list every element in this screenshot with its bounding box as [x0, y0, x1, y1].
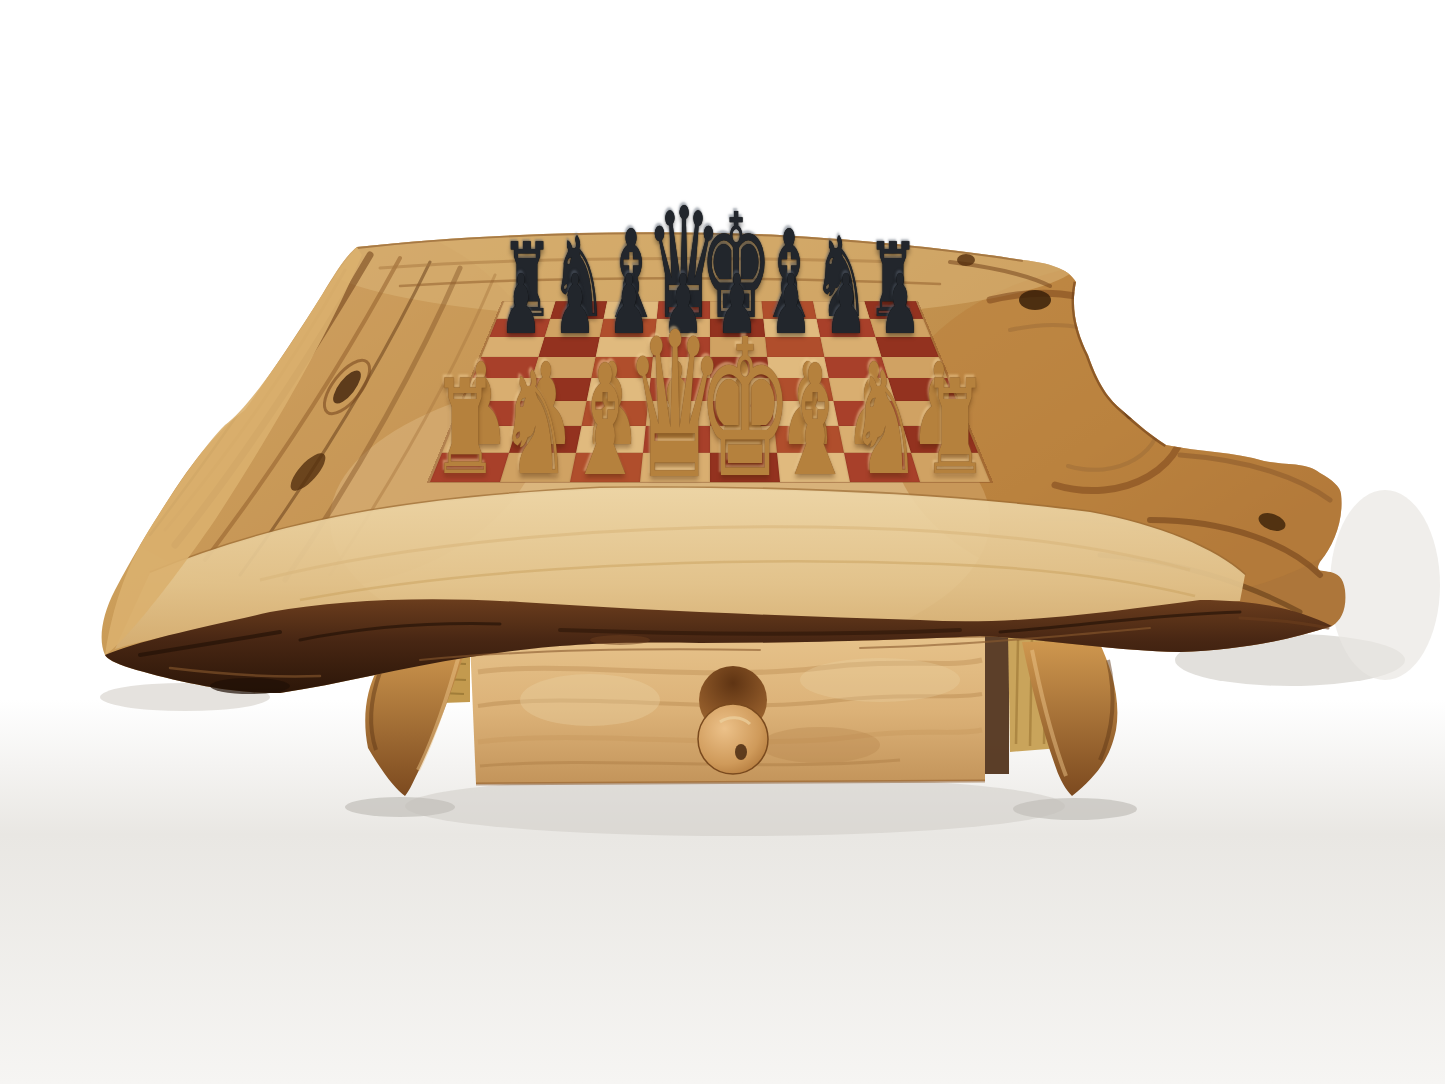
square-h6 [875, 337, 938, 357]
square-h2 [903, 426, 978, 453]
square-e2 [710, 426, 777, 453]
square-h1 [911, 453, 990, 482]
square-d5 [651, 357, 710, 378]
square-a5 [473, 357, 539, 378]
square-f5 [767, 357, 829, 378]
square-f4 [769, 378, 833, 401]
square-a1 [430, 453, 509, 482]
square-d2 [643, 426, 710, 453]
square-h5 [881, 357, 947, 378]
square-d8 [657, 301, 710, 318]
square-g3 [833, 401, 902, 426]
square-g8 [813, 301, 870, 318]
square-c5 [591, 357, 653, 378]
square-h7 [870, 319, 931, 337]
square-h3 [895, 401, 967, 426]
square-d1 [640, 453, 710, 482]
square-f7 [763, 319, 820, 337]
square-e3 [710, 401, 774, 426]
square-e5 [710, 357, 769, 378]
square-a6 [481, 337, 544, 357]
square-c3 [582, 401, 649, 426]
square-e1 [710, 453, 780, 482]
drawer-right-gap [985, 634, 1009, 774]
square-b5 [532, 357, 596, 378]
drawer [470, 636, 985, 784]
square-f8 [761, 301, 816, 318]
square-b1 [500, 453, 576, 482]
table-illustration [0, 0, 1445, 1084]
table-base [365, 632, 1117, 796]
square-d7 [655, 319, 710, 337]
square-a8 [497, 301, 556, 318]
square-a3 [453, 401, 525, 426]
square-f2 [774, 426, 844, 453]
square-b6 [539, 337, 600, 357]
chess-table-photo: ♜♞♝♛♚♝♞♜♟♟♟♟♟♟♟♟♟♟♟♟♟♟♟♟♜♞♝♛♚♝♞♜ [0, 0, 1445, 1084]
square-g6 [820, 337, 881, 357]
square-e6 [710, 337, 767, 357]
square-h8 [864, 301, 923, 318]
square-f6 [765, 337, 824, 357]
square-c4 [587, 378, 651, 401]
square-c8 [604, 301, 659, 318]
chessboard [430, 301, 990, 482]
square-e8 [710, 301, 763, 318]
square-b8 [550, 301, 607, 318]
square-d4 [648, 378, 710, 401]
square-g2 [838, 426, 911, 453]
drawer-knob [698, 704, 768, 774]
square-f1 [777, 453, 850, 482]
square-g4 [829, 378, 895, 401]
square-d6 [653, 337, 710, 357]
square-d3 [646, 401, 710, 426]
square-g1 [844, 453, 920, 482]
square-g5 [824, 357, 888, 378]
square-c7 [600, 319, 657, 337]
square-g7 [816, 319, 875, 337]
square-e7 [710, 319, 765, 337]
square-f3 [772, 401, 839, 426]
square-b2 [509, 426, 582, 453]
square-a4 [463, 378, 532, 401]
square-b3 [517, 401, 586, 426]
square-c6 [596, 337, 655, 357]
square-b7 [545, 319, 604, 337]
square-h4 [888, 378, 957, 401]
square-c2 [576, 426, 646, 453]
square-c1 [570, 453, 643, 482]
square-a7 [489, 319, 550, 337]
square-b4 [525, 378, 591, 401]
square-e4 [710, 378, 772, 401]
square-a2 [442, 426, 517, 453]
